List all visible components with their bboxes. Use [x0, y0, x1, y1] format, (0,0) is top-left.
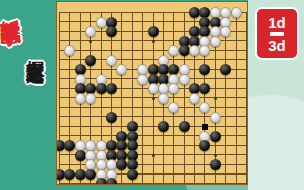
board-grid [59, 12, 247, 184]
black-stone [64, 140, 75, 151]
black-title: 探索棋之正道 [24, 46, 46, 52]
white-stone [75, 93, 86, 104]
white-stone [85, 93, 96, 104]
black-stone [179, 121, 190, 132]
black-stone [210, 159, 221, 170]
white-stone [220, 26, 231, 37]
black-stone [96, 178, 107, 185]
black-stone [85, 169, 96, 180]
white-stone [137, 74, 148, 85]
black-stone [210, 131, 221, 142]
badge-bottom-label: 3d [268, 38, 286, 53]
black-stone [148, 26, 159, 37]
badge-top-label: 1d [268, 15, 286, 30]
red-title: 斩断实战恶手 [0, 3, 21, 11]
white-stone [158, 93, 169, 104]
black-stone [106, 112, 117, 123]
black-stone [85, 55, 96, 66]
white-stone [64, 45, 75, 56]
black-stone [220, 64, 231, 75]
black-stone [199, 64, 210, 75]
white-stone [210, 36, 221, 47]
white-stone [116, 64, 127, 75]
white-stone [168, 102, 179, 113]
white-stone [168, 45, 179, 56]
go-board [56, 1, 248, 185]
black-stone [158, 121, 169, 132]
star-point [152, 40, 155, 43]
white-stone [168, 83, 179, 94]
black-stone [106, 26, 117, 37]
black-stone [64, 169, 75, 180]
black-stone [179, 45, 190, 56]
white-stone [96, 17, 107, 28]
black-stone [75, 169, 86, 180]
black-stone [116, 159, 127, 170]
black-stone [106, 178, 117, 185]
black-stone [189, 7, 200, 18]
white-stone [199, 102, 210, 113]
black-stone [106, 83, 117, 94]
white-stone [106, 55, 117, 66]
black-stone [199, 83, 210, 94]
star-point [214, 97, 217, 100]
white-stone [189, 45, 200, 56]
star-point [152, 97, 155, 100]
white-stone [85, 26, 96, 37]
star-point [214, 154, 217, 157]
white-stone [210, 112, 221, 123]
star-point [152, 154, 155, 157]
black-stone [199, 140, 210, 151]
white-stone [231, 7, 242, 18]
white-stone [199, 45, 210, 56]
badge-divider [270, 32, 284, 36]
rank-badge: 1d 3d [255, 7, 299, 60]
white-stone [148, 83, 159, 94]
star-point [89, 40, 92, 43]
black-stone [127, 169, 138, 180]
white-stone [189, 93, 200, 104]
black-stone [96, 83, 107, 94]
move-marker [202, 124, 208, 130]
black-stone [75, 150, 86, 161]
white-stone [179, 74, 190, 85]
